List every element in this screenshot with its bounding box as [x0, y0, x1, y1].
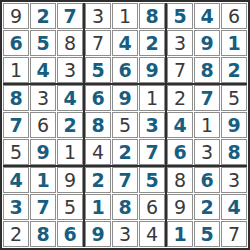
cell-r6c3-given[interactable]: 1	[57, 139, 83, 165]
cell-r4c6-given[interactable]: 1	[139, 85, 165, 111]
box-2: 318742569	[85, 3, 165, 83]
box-1: 927658143	[3, 3, 83, 83]
cell-r9c9-given[interactable]: 7	[221, 221, 247, 247]
cell-r1c1-given[interactable]: 9	[3, 3, 29, 29]
cell-r4c5-solved[interactable]: 9	[112, 85, 138, 111]
cell-r1c7-solved[interactable]: 5	[167, 3, 193, 29]
cell-r8c7-given[interactable]: 9	[167, 194, 193, 220]
cell-r9c6-given[interactable]: 4	[139, 221, 165, 247]
cell-r7c8-solved[interactable]: 6	[194, 167, 220, 193]
cell-r3c9-solved[interactable]: 2	[221, 57, 247, 83]
cell-r4c7-given[interactable]: 2	[167, 85, 193, 111]
cell-r6c2-solved[interactable]: 9	[30, 139, 56, 165]
cell-r4c4-solved[interactable]: 6	[85, 85, 111, 111]
cell-r5c1-solved[interactable]: 7	[3, 112, 29, 138]
cell-r6c4-given[interactable]: 4	[85, 139, 111, 165]
cell-r3c6-solved[interactable]: 9	[139, 57, 165, 83]
sudoku-grid: 9276581433187425695463917828347625916918…	[3, 3, 247, 247]
cell-r7c3-given[interactable]: 9	[57, 167, 83, 193]
cell-r3c8-solved[interactable]: 8	[194, 57, 220, 83]
box-9: 863924157	[167, 167, 247, 247]
cell-r2c6-solved[interactable]: 2	[139, 30, 165, 56]
cell-r2c1-solved[interactable]: 6	[3, 30, 29, 56]
cell-r6c1-given[interactable]: 5	[3, 139, 29, 165]
cell-r1c6-solved[interactable]: 8	[139, 3, 165, 29]
cell-r3c1-given[interactable]: 1	[3, 57, 29, 83]
box-5: 691853427	[85, 85, 165, 165]
cell-r1c2-solved[interactable]: 2	[30, 3, 56, 29]
cell-r3c7-given[interactable]: 7	[167, 57, 193, 83]
cell-r4c1-solved[interactable]: 8	[3, 85, 29, 111]
box-6: 275419638	[167, 85, 247, 165]
cell-r3c2-solved[interactable]: 4	[30, 57, 56, 83]
cell-r7c9-given[interactable]: 3	[221, 167, 247, 193]
cell-r5c3-solved[interactable]: 2	[57, 112, 83, 138]
cell-r9c3-solved[interactable]: 6	[57, 221, 83, 247]
cell-r7c5-solved[interactable]: 7	[112, 167, 138, 193]
cell-r8c2-solved[interactable]: 7	[30, 194, 56, 220]
cell-r2c7-given[interactable]: 3	[167, 30, 193, 56]
cell-r5c4-solved[interactable]: 8	[85, 112, 111, 138]
cell-r9c5-given[interactable]: 3	[112, 221, 138, 247]
cell-r8c6-given[interactable]: 6	[139, 194, 165, 220]
cell-r5c7-solved[interactable]: 4	[167, 112, 193, 138]
cell-r2c8-solved[interactable]: 9	[194, 30, 220, 56]
cell-r7c2-solved[interactable]: 1	[30, 167, 56, 193]
cell-r5c5-given[interactable]: 5	[112, 112, 138, 138]
cell-r9c2-solved[interactable]: 8	[30, 221, 56, 247]
cell-r9c1-given[interactable]: 2	[3, 221, 29, 247]
cell-r5c8-given[interactable]: 1	[194, 112, 220, 138]
cell-r6c9-solved[interactable]: 8	[221, 139, 247, 165]
cell-r6c6-solved[interactable]: 7	[139, 139, 165, 165]
cell-r3c5-solved[interactable]: 6	[112, 57, 138, 83]
cell-r1c3-solved[interactable]: 7	[57, 3, 83, 29]
cell-r7c4-solved[interactable]: 2	[85, 167, 111, 193]
cell-r7c1-solved[interactable]: 4	[3, 167, 29, 193]
cell-r4c2-given[interactable]: 3	[30, 85, 56, 111]
cell-r6c7-solved[interactable]: 6	[167, 139, 193, 165]
cell-r5c2-given[interactable]: 6	[30, 112, 56, 138]
cell-r8c8-solved[interactable]: 2	[194, 194, 220, 220]
cell-r2c9-solved[interactable]: 1	[221, 30, 247, 56]
cell-r3c4-solved[interactable]: 5	[85, 57, 111, 83]
cell-r8c4-solved[interactable]: 1	[85, 194, 111, 220]
cell-r4c9-given[interactable]: 5	[221, 85, 247, 111]
cell-r9c8-solved[interactable]: 5	[194, 221, 220, 247]
cell-r5c6-solved[interactable]: 3	[139, 112, 165, 138]
cell-r7c7-given[interactable]: 8	[167, 167, 193, 193]
cell-r1c5-given[interactable]: 1	[112, 3, 138, 29]
cell-r8c9-solved[interactable]: 4	[221, 194, 247, 220]
cell-r1c9-given[interactable]: 6	[221, 3, 247, 29]
cell-r2c4-given[interactable]: 7	[85, 30, 111, 56]
cell-r8c3-given[interactable]: 5	[57, 194, 83, 220]
box-4: 834762591	[3, 85, 83, 165]
cell-r1c8-solved[interactable]: 4	[194, 3, 220, 29]
cell-r8c1-solved[interactable]: 3	[3, 194, 29, 220]
cell-r8c5-solved[interactable]: 8	[112, 194, 138, 220]
cell-r6c5-solved[interactable]: 2	[112, 139, 138, 165]
cell-r3c3-given[interactable]: 3	[57, 57, 83, 83]
cell-r9c4-solved[interactable]: 9	[85, 221, 111, 247]
cell-r6c8-given[interactable]: 3	[194, 139, 220, 165]
box-7: 419375286	[3, 167, 83, 247]
box-3: 546391782	[167, 3, 247, 83]
cell-r4c3-solved[interactable]: 4	[57, 85, 83, 111]
box-8: 275186934	[85, 167, 165, 247]
cell-r2c2-solved[interactable]: 5	[30, 30, 56, 56]
cell-r2c5-solved[interactable]: 4	[112, 30, 138, 56]
cell-r7c6-solved[interactable]: 5	[139, 167, 165, 193]
cell-r5c9-solved[interactable]: 9	[221, 112, 247, 138]
cell-r9c7-solved[interactable]: 1	[167, 221, 193, 247]
cell-r2c3-given[interactable]: 8	[57, 30, 83, 56]
cell-r1c4-given[interactable]: 3	[85, 3, 111, 29]
cell-r4c8-solved[interactable]: 7	[194, 85, 220, 111]
sudoku-board: 9276581433187425695463917828347625916918…	[0, 0, 250, 250]
